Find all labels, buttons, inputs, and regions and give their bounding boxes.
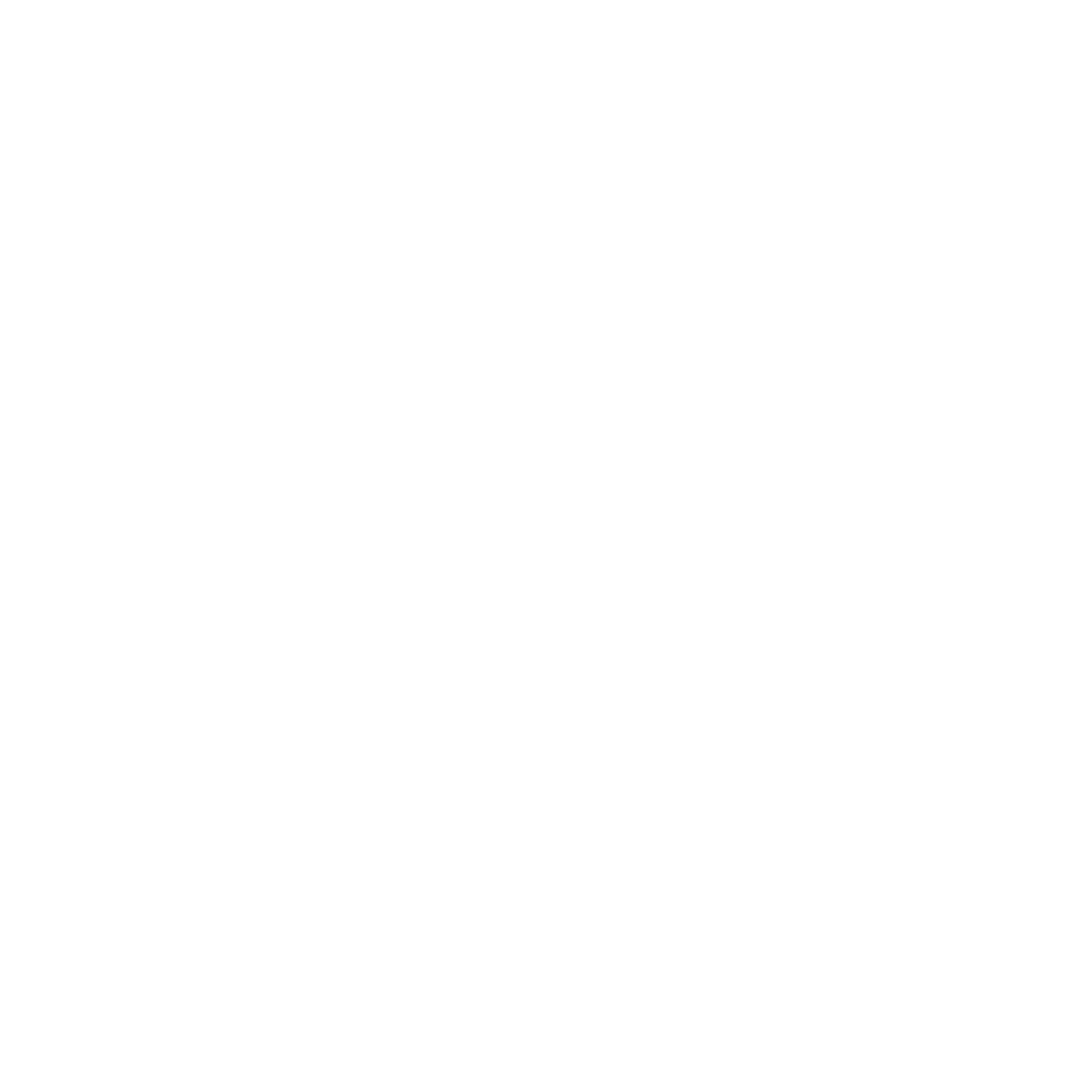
triggle-scene xyxy=(0,0,1080,1080)
triggle-product-photo xyxy=(0,0,1080,1080)
